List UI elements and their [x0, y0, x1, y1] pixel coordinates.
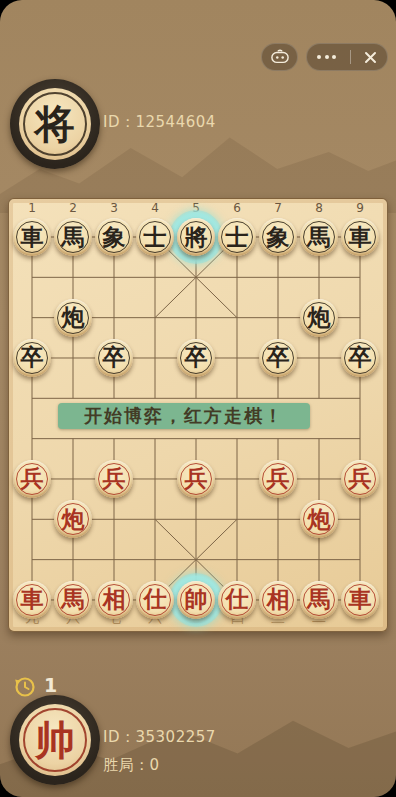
opponent-id-label: ID：12544604 — [103, 113, 216, 132]
piece-black-士[interactable]: 士 — [218, 218, 256, 256]
piece-red-仕[interactable]: 仕 — [218, 581, 256, 619]
file-number-top-7: 7 — [266, 201, 290, 215]
piece-glyph: 相 — [103, 588, 126, 611]
piece-red-兵[interactable]: 兵 — [95, 460, 133, 498]
piece-red-相[interactable]: 相 — [95, 581, 133, 619]
piece-red-相[interactable]: 相 — [259, 581, 297, 619]
piece-glyph: 卒 — [349, 346, 372, 369]
piece-black-卒[interactable]: 卒 — [13, 339, 51, 377]
piece-black-車[interactable]: 車 — [13, 218, 51, 256]
piece-black-將[interactable]: 將 — [177, 218, 215, 256]
piece-glyph: 車 — [21, 226, 44, 249]
piece-glyph: 兵 — [185, 467, 208, 490]
window-controls-capsule — [306, 43, 388, 71]
piece-glyph: 將 — [185, 226, 208, 249]
piece-black-車[interactable]: 車 — [341, 218, 379, 256]
gamepad-icon — [269, 48, 291, 66]
piece-glyph: 炮 — [308, 508, 331, 531]
piece-black-卒[interactable]: 卒 — [95, 339, 133, 377]
app-screen: 将 ID：12544604 123456789九八七六五四三二一車馬象士將士象馬… — [0, 0, 396, 797]
piece-glyph: 卒 — [103, 346, 126, 369]
file-number-top-8: 8 — [307, 201, 331, 215]
piece-glyph: 馬 — [62, 226, 85, 249]
piece-glyph: 仕 — [144, 588, 167, 611]
game-assistant-button[interactable] — [261, 43, 298, 71]
piece-glyph: 卒 — [21, 346, 44, 369]
capsule-divider — [350, 50, 351, 64]
piece-glyph: 炮 — [62, 306, 85, 329]
piece-glyph: 相 — [267, 588, 290, 611]
piece-red-仕[interactable]: 仕 — [136, 581, 174, 619]
file-number-top-2: 2 — [61, 201, 85, 215]
piece-glyph: 卒 — [185, 346, 208, 369]
turn-count: 1 — [44, 674, 57, 696]
file-number-top-6: 6 — [225, 201, 249, 215]
piece-black-士[interactable]: 士 — [136, 218, 174, 256]
more-button[interactable] — [317, 55, 336, 59]
status-banner: 开始博弈，红方走棋！ — [58, 403, 310, 429]
piece-red-馬[interactable]: 馬 — [54, 581, 92, 619]
player-avatar-piece: 帅 — [19, 704, 91, 776]
close-button[interactable] — [364, 51, 377, 64]
piece-red-兵[interactable]: 兵 — [177, 460, 215, 498]
file-number-top-1: 1 — [20, 201, 44, 215]
piece-red-馬[interactable]: 馬 — [300, 581, 338, 619]
piece-black-馬[interactable]: 馬 — [54, 218, 92, 256]
file-number-top-4: 4 — [143, 201, 167, 215]
piece-glyph: 兵 — [21, 467, 44, 490]
piece-glyph: 象 — [267, 226, 290, 249]
file-number-top-3: 3 — [102, 201, 126, 215]
piece-glyph: 帥 — [185, 588, 208, 611]
piece-red-車[interactable]: 車 — [341, 581, 379, 619]
piece-black-馬[interactable]: 馬 — [300, 218, 338, 256]
player-wins-label: 胜局：0 — [103, 756, 160, 775]
piece-glyph: 炮 — [308, 306, 331, 329]
piece-glyph: 兵 — [267, 467, 290, 490]
piece-red-車[interactable]: 車 — [13, 581, 51, 619]
piece-black-卒[interactable]: 卒 — [177, 339, 215, 377]
opponent-avatar[interactable]: 将 — [10, 79, 100, 169]
piece-glyph: 炮 — [62, 508, 85, 531]
piece-glyph: 車 — [21, 588, 44, 611]
piece-black-卒[interactable]: 卒 — [259, 339, 297, 377]
piece-glyph: 馬 — [308, 226, 331, 249]
board[interactable]: 123456789九八七六五四三二一車馬象士將士象馬車炮炮卒卒卒卒卒兵兵兵兵兵炮… — [8, 198, 388, 632]
file-number-top-9: 9 — [348, 201, 372, 215]
piece-glyph: 車 — [349, 226, 372, 249]
piece-black-象[interactable]: 象 — [95, 218, 133, 256]
player-avatar[interactable]: 帅 — [10, 695, 100, 785]
piece-black-炮[interactable]: 炮 — [54, 299, 92, 337]
piece-glyph: 士 — [226, 226, 249, 249]
piece-glyph: 馬 — [62, 588, 85, 611]
piece-glyph: 卒 — [267, 346, 290, 369]
piece-glyph: 象 — [103, 226, 126, 249]
player-id-label: ID：35302257 — [103, 728, 216, 747]
piece-glyph: 馬 — [308, 588, 331, 611]
piece-red-兵[interactable]: 兵 — [13, 460, 51, 498]
piece-red-兵[interactable]: 兵 — [259, 460, 297, 498]
opponent-avatar-piece: 将 — [19, 88, 91, 160]
piece-glyph: 士 — [144, 226, 167, 249]
player-avatar-glyph: 帅 — [35, 720, 75, 760]
piece-glyph: 兵 — [103, 467, 126, 490]
piece-glyph: 車 — [349, 588, 372, 611]
piece-glyph: 兵 — [349, 467, 372, 490]
piece-glyph: 仕 — [226, 588, 249, 611]
piece-red-兵[interactable]: 兵 — [341, 460, 379, 498]
piece-black-卒[interactable]: 卒 — [341, 339, 379, 377]
opponent-avatar-glyph: 将 — [35, 104, 75, 144]
piece-black-象[interactable]: 象 — [259, 218, 297, 256]
piece-red-帥[interactable]: 帥 — [177, 581, 215, 619]
history-clock-icon — [12, 674, 37, 699]
piece-black-炮[interactable]: 炮 — [300, 299, 338, 337]
